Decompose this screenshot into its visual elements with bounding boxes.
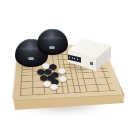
loose-stones-layer: ●●●●●●●●●●●● bbox=[0, 0, 128, 128]
white-stone: ● bbox=[50, 83, 59, 91]
goban-product-photo: ●●●●●●●●●●●● bbox=[0, 0, 128, 128]
white-stone: ● bbox=[59, 75, 68, 83]
